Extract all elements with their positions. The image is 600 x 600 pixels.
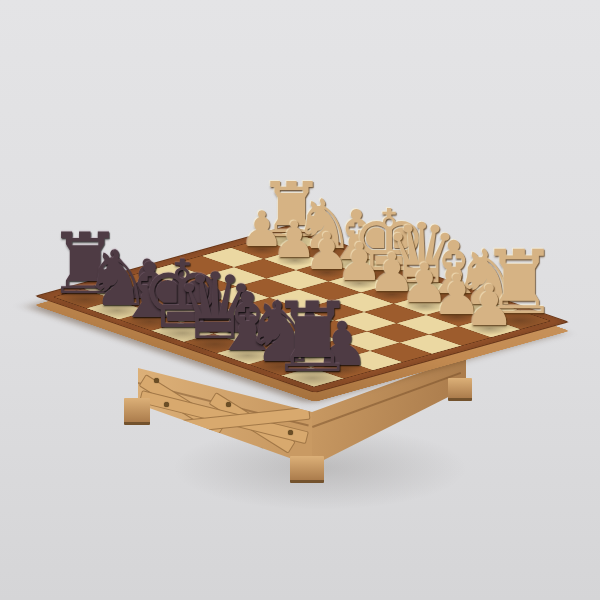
piece-white-pawn-a2[interactable]: ♟ — [461, 277, 518, 334]
pieces-layer: ♜♟♞♟♝♟♚♟♛♟♟♝♜♟♟♞♞♟♟♜♝♟♟♚♟♛♟♝♟♞♟♜ — [0, 0, 600, 600]
photo-scene: ♜♟♞♟♝♟♚♟♛♟♟♝♜♟♟♞♞♟♟♜♝♟♟♚♟♛♟♝♟♞♟♜ — [0, 0, 600, 600]
piece-black-rook-a8[interactable]: ♜ — [264, 290, 361, 387]
